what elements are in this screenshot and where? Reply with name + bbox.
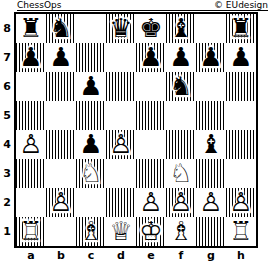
square-b8[interactable]: ♞♞ [46,14,76,43]
square-d2[interactable] [106,188,136,217]
file-label-b: b [46,247,76,263]
piece-halo: ♟ [196,43,226,72]
piece-halo: ♟ [106,130,136,159]
rank-label-7: 7 [0,43,14,72]
square-f8[interactable]: ♝♝ [166,14,196,43]
square-b4[interactable] [46,130,76,159]
piece-white-king: ♔ [136,217,166,246]
square-b7[interactable]: ♟♟ [46,43,76,72]
file-label-h: h [226,247,256,263]
piece-black-rook: ♜ [16,14,46,43]
piece-white-pawn: ♙ [136,188,166,217]
square-e2[interactable]: ♟♙ [136,188,166,217]
square-c3[interactable]: ♞♘ [76,159,106,188]
square-b5[interactable] [46,101,76,130]
square-a7[interactable]: ♟♟ [16,43,46,72]
square-g8[interactable] [196,14,226,43]
piece-halo: ♜ [16,14,46,43]
square-h4[interactable] [226,130,256,159]
piece-halo: ♞ [76,159,106,188]
piece-white-pawn: ♙ [226,188,256,217]
rank-labels: 87654321 [0,14,14,246]
piece-black-pawn: ♟ [76,130,106,159]
square-d3[interactable] [106,159,136,188]
piece-halo: ♟ [136,188,166,217]
file-label-d: d [106,247,136,263]
rank-label-2: 2 [0,188,14,217]
square-f1[interactable]: ♝♗ [166,217,196,246]
square-d1[interactable]: ♛♕ [106,217,136,246]
piece-halo: ♟ [76,72,106,101]
square-h6[interactable] [226,72,256,101]
piece-halo: ♝ [76,217,106,246]
square-c5[interactable] [76,101,106,130]
piece-black-pawn: ♟ [196,43,226,72]
piece-halo: ♜ [226,14,256,43]
square-g6[interactable] [196,72,226,101]
square-e7[interactable]: ♟♟ [136,43,166,72]
piece-black-bishop: ♝ [196,130,226,159]
square-a2[interactable] [16,188,46,217]
piece-halo: ♛ [106,217,136,246]
chessops-window: ChessOps © EUdesign 87654321 ♜♜♞♞♛♛♚♚♝♝♜… [0,0,270,270]
square-e8[interactable]: ♚♚ [136,14,166,43]
square-a3[interactable] [16,159,46,188]
square-d7[interactable] [106,43,136,72]
piece-white-knight: ♘ [166,159,196,188]
square-f5[interactable] [166,101,196,130]
piece-black-pawn: ♟ [76,72,106,101]
file-label-e: e [136,247,166,263]
piece-white-pawn: ♙ [46,188,76,217]
square-e1[interactable]: ♚♔ [136,217,166,246]
piece-halo: ♝ [166,14,196,43]
square-h1[interactable]: ♜♖ [226,217,256,246]
square-h5[interactable] [226,101,256,130]
file-label-g: g [196,247,226,263]
piece-halo: ♚ [136,14,166,43]
piece-black-pawn: ♟ [136,43,166,72]
piece-white-pawn: ♙ [106,130,136,159]
piece-halo: ♛ [106,14,136,43]
square-h3[interactable] [226,159,256,188]
piece-halo: ♟ [196,188,226,217]
piece-black-pawn: ♟ [46,43,76,72]
piece-black-knight: ♞ [46,14,76,43]
square-e5[interactable] [136,101,166,130]
square-b2[interactable]: ♟♙ [46,188,76,217]
square-a4[interactable]: ♟♙ [16,130,46,159]
square-h2[interactable]: ♟♙ [226,188,256,217]
piece-white-pawn: ♙ [196,188,226,217]
piece-halo: ♚ [136,217,166,246]
chess-board: ♜♜♞♞♛♛♚♚♝♝♜♜♟♟♟♟♟♟♟♟♟♟♟♟♟♟♞♞♟♙♟♟♟♙♝♝♞♘♞♘… [14,12,258,248]
square-b6[interactable] [46,72,76,101]
square-a5[interactable] [16,101,46,130]
piece-black-bishop: ♝ [166,14,196,43]
square-f3[interactable]: ♞♘ [166,159,196,188]
title-bar: ChessOps © EUdesign [17,0,268,11]
square-g4[interactable]: ♝♝ [196,130,226,159]
square-g5[interactable] [196,101,226,130]
credit-label: © EUdesign [214,0,268,10]
piece-white-bishop: ♗ [166,217,196,246]
app-title: ChessOps [17,0,61,10]
rank-label-3: 3 [0,159,14,188]
piece-halo: ♝ [196,130,226,159]
square-d4[interactable]: ♟♙ [106,130,136,159]
square-d8[interactable]: ♛♛ [106,14,136,43]
piece-black-rook: ♜ [226,14,256,43]
rank-label-1: 1 [0,217,14,246]
square-a6[interactable] [16,72,46,101]
rank-label-5: 5 [0,101,14,130]
square-a1[interactable]: ♜♖ [16,217,46,246]
piece-halo: ♞ [166,159,196,188]
square-a8[interactable]: ♜♜ [16,14,46,43]
square-g7[interactable]: ♟♟ [196,43,226,72]
square-g2[interactable]: ♟♙ [196,188,226,217]
square-c6[interactable]: ♟♟ [76,72,106,101]
square-c7[interactable] [76,43,106,72]
piece-halo: ♟ [46,188,76,217]
file-label-f: f [166,247,196,263]
square-d6[interactable] [106,72,136,101]
square-e4[interactable] [136,130,166,159]
square-c8[interactable] [76,14,106,43]
piece-white-bishop: ♗ [76,217,106,246]
piece-halo: ♟ [136,43,166,72]
square-c2[interactable] [76,188,106,217]
square-d5[interactable] [106,101,136,130]
piece-halo: ♞ [166,72,196,101]
square-c4[interactable]: ♟♟ [76,130,106,159]
piece-black-king: ♚ [136,14,166,43]
square-e3[interactable] [136,159,166,188]
piece-white-pawn: ♙ [166,188,196,217]
square-g3[interactable] [196,159,226,188]
square-h8[interactable]: ♜♜ [226,14,256,43]
piece-halo: ♟ [16,43,46,72]
square-b1[interactable] [46,217,76,246]
rank-label-6: 6 [0,72,14,101]
piece-halo: ♞ [46,14,76,43]
rank-label-4: 4 [0,130,14,159]
piece-white-rook: ♖ [226,217,256,246]
piece-black-pawn: ♟ [16,43,46,72]
file-label-a: a [16,247,46,263]
piece-halo: ♟ [166,188,196,217]
square-f7[interactable]: ♟♟ [166,43,196,72]
square-g1[interactable] [196,217,226,246]
piece-halo: ♟ [16,130,46,159]
piece-halo: ♜ [226,217,256,246]
piece-black-pawn: ♟ [226,43,256,72]
piece-halo: ♝ [166,217,196,246]
piece-black-knight: ♞ [166,72,196,101]
file-labels: abcdefgh [16,247,256,263]
square-h7[interactable]: ♟♟ [226,43,256,72]
square-f2[interactable]: ♟♙ [166,188,196,217]
piece-white-pawn: ♙ [16,130,46,159]
square-f6[interactable]: ♞♞ [166,72,196,101]
piece-halo: ♟ [166,43,196,72]
rank-label-8: 8 [0,14,14,43]
square-f4[interactable] [166,130,196,159]
piece-halo: ♟ [226,43,256,72]
file-label-c: c [76,247,106,263]
piece-white-knight: ♘ [76,159,106,188]
square-b3[interactable] [46,159,76,188]
piece-halo: ♟ [46,43,76,72]
piece-halo: ♟ [76,130,106,159]
piece-white-rook: ♖ [16,217,46,246]
square-c1[interactable]: ♝♗ [76,217,106,246]
piece-halo: ♜ [16,217,46,246]
square-e6[interactable] [136,72,166,101]
piece-black-queen: ♛ [106,14,136,43]
piece-black-pawn: ♟ [166,43,196,72]
piece-halo: ♟ [226,188,256,217]
piece-white-queen: ♕ [106,217,136,246]
